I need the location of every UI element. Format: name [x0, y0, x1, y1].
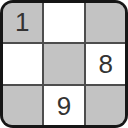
cell-r2c2[interactable] [44, 44, 85, 85]
cell-r2c1[interactable] [3, 44, 42, 85]
cell-r1c1[interactable]: 1 [3, 3, 42, 42]
cell-r1c3[interactable] [86, 3, 125, 42]
cell-r1c2[interactable] [44, 3, 85, 42]
cell-value: 1 [15, 9, 29, 35]
cell-r3c1[interactable] [3, 86, 42, 125]
cell-value: 8 [98, 51, 112, 77]
cell-r3c2[interactable]: 9 [44, 86, 85, 125]
sudoku-board: 189 [3, 3, 125, 125]
cell-r3c3[interactable] [86, 86, 125, 125]
board-frame: 189 [0, 0, 128, 128]
cell-r2c3[interactable]: 8 [86, 44, 125, 85]
cell-value: 9 [57, 93, 71, 119]
